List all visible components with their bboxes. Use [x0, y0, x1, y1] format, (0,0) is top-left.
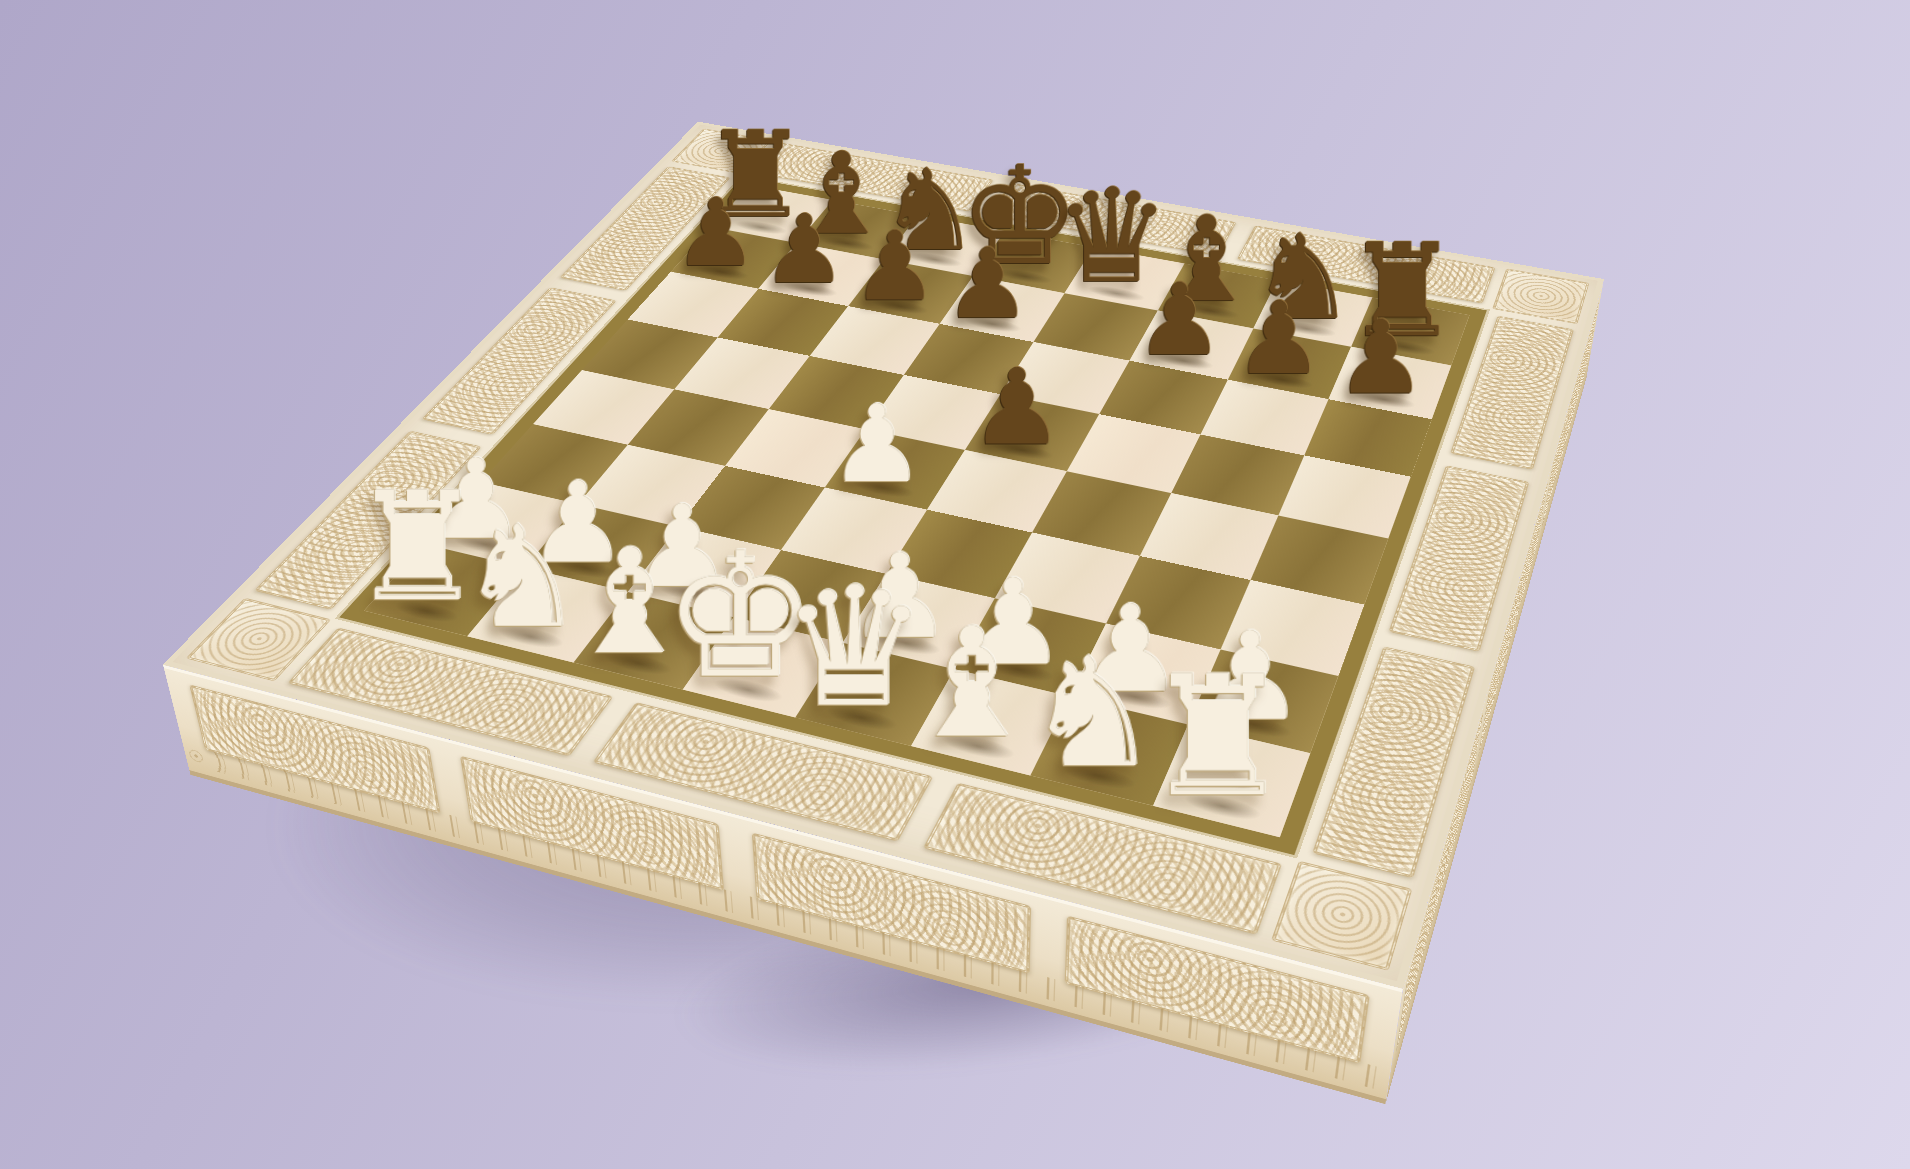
- carved-corner-plaque: [1271, 861, 1412, 971]
- carved-corner-plaque: [1492, 268, 1589, 324]
- piece-black-pawn-a7[interactable]: ♟: [673, 186, 757, 279]
- piece-black-pawn-b7[interactable]: ♟: [761, 202, 846, 297]
- piece-white-rook-h1[interactable]: ♜: [1142, 654, 1291, 820]
- photo-scene: ♜♝♞♚♛♝♞♜♟♟♟♟♟♟♟♟♟♟♟♟♟♟♟♟♜♞♝♚♛♝♞♜: [0, 0, 1910, 1169]
- square-e5[interactable]: ♟: [965, 394, 1099, 471]
- piece-white-pawn-d4[interactable]: ♟: [828, 390, 924, 497]
- piece-black-pawn-e5[interactable]: ♟: [969, 355, 1063, 460]
- piece-white-bishop-f1[interactable]: ♝: [903, 608, 1039, 760]
- piece-black-pawn-h7[interactable]: ♟: [1335, 307, 1426, 408]
- piece-black-pawn-f7[interactable]: ♟: [1135, 270, 1224, 369]
- square-h7[interactable]: ♟: [1329, 347, 1452, 419]
- square-h1[interactable]: ♜: [1153, 725, 1310, 838]
- piece-white-knight-g1[interactable]: ♞: [1024, 638, 1160, 789]
- piece-black-pawn-c7[interactable]: ♟: [851, 218, 937, 314]
- piece-black-pawn-d7[interactable]: ♟: [944, 235, 1031, 332]
- board-grid: ♜♝♞♚♛♝♞♜♟♟♟♟♟♟♟♟♟♟♟♟♟♟♟♟♜♞♝♚♛♝♞♜: [339, 177, 1487, 855]
- piece-black-pawn-g7[interactable]: ♟: [1233, 288, 1323, 388]
